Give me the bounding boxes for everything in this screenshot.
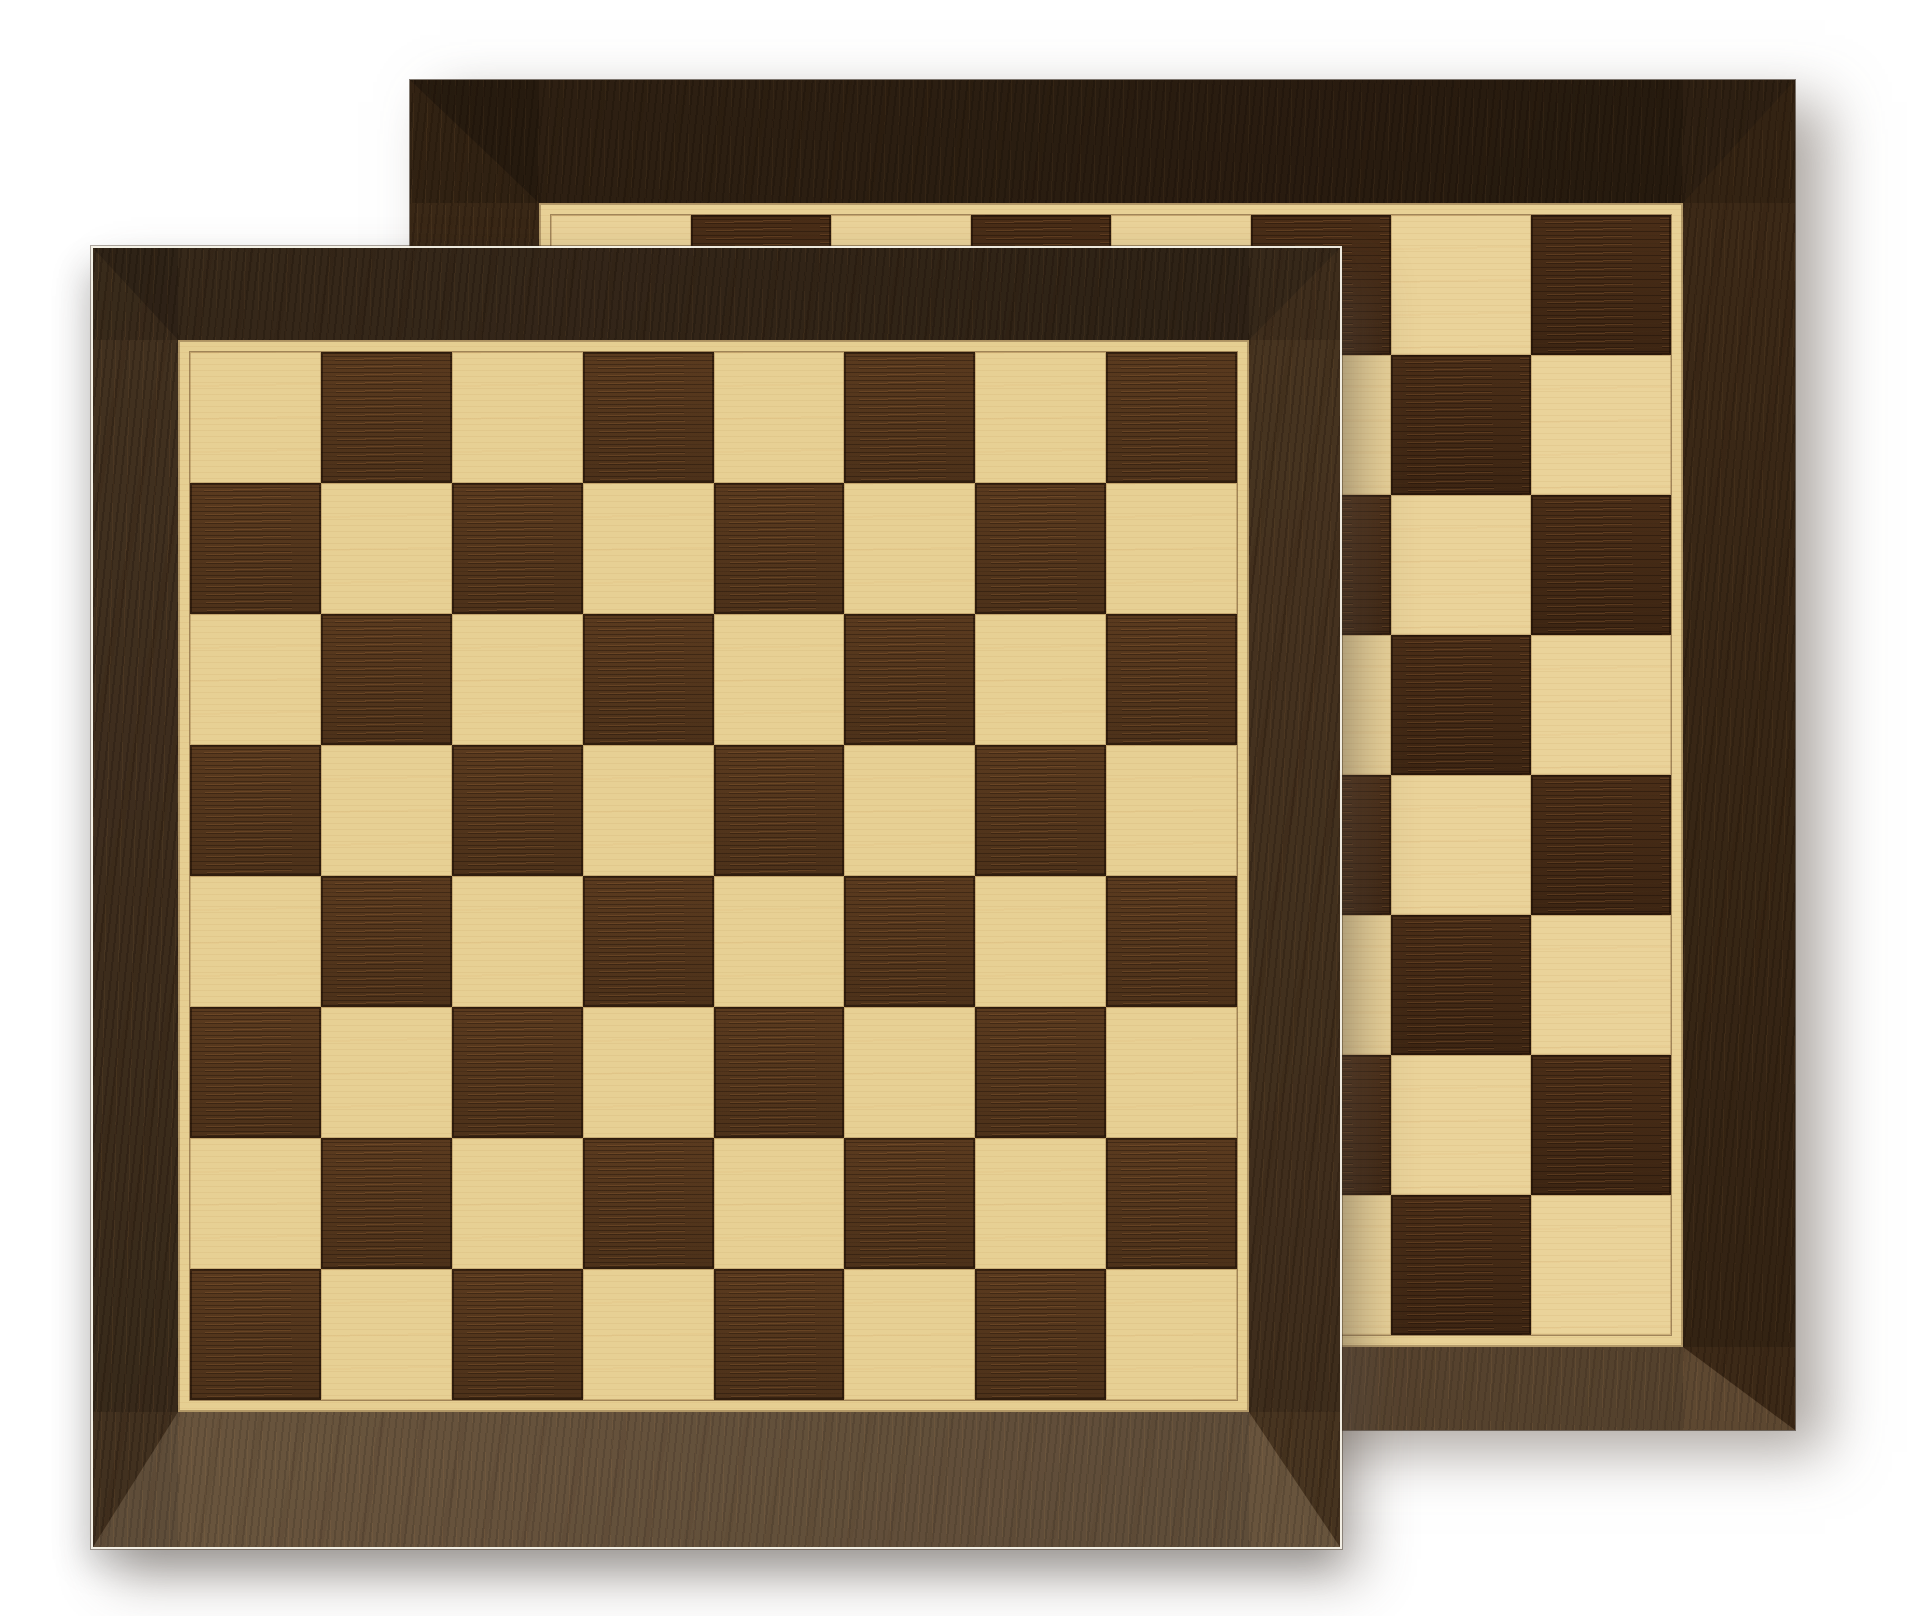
square-c7	[452, 483, 583, 614]
square-g5	[1391, 635, 1531, 775]
square-b2	[321, 1138, 452, 1269]
square-g4	[975, 876, 1106, 1007]
square-g8	[1391, 215, 1531, 355]
square-d6	[583, 614, 714, 745]
square-b4	[321, 876, 452, 1007]
square-f8	[844, 352, 975, 483]
square-c5	[452, 745, 583, 876]
square-e5	[714, 745, 845, 876]
square-f2	[844, 1138, 975, 1269]
square-a8	[190, 352, 321, 483]
square-g3	[1391, 915, 1531, 1055]
square-c1	[452, 1269, 583, 1400]
square-e2	[714, 1138, 845, 1269]
square-f6	[844, 614, 975, 745]
square-f7	[844, 483, 975, 614]
square-b3	[321, 1007, 452, 1138]
square-h4	[1106, 876, 1237, 1007]
square-h2	[1531, 1055, 1671, 1195]
square-h6	[1106, 614, 1237, 745]
square-g5	[975, 745, 1106, 876]
square-d3	[583, 1007, 714, 1138]
square-g4	[1391, 775, 1531, 915]
square-f5	[844, 745, 975, 876]
square-d7	[583, 483, 714, 614]
square-h5	[1106, 745, 1237, 876]
square-g6	[1391, 495, 1531, 635]
square-g6	[975, 614, 1106, 745]
square-c6	[452, 614, 583, 745]
square-h4	[1531, 775, 1671, 915]
board-surface	[178, 340, 1249, 1412]
square-a5	[190, 745, 321, 876]
square-c2	[452, 1138, 583, 1269]
square-d5	[583, 745, 714, 876]
square-g1	[975, 1269, 1106, 1400]
square-a3	[190, 1007, 321, 1138]
square-b8	[321, 352, 452, 483]
square-h5	[1531, 635, 1671, 775]
square-g2	[1391, 1055, 1531, 1195]
square-f3	[844, 1007, 975, 1138]
square-a4	[190, 876, 321, 1007]
square-c4	[452, 876, 583, 1007]
square-d2	[583, 1138, 714, 1269]
square-g2	[975, 1138, 1106, 1269]
square-g7	[975, 483, 1106, 614]
small-chessboard	[93, 248, 1340, 1547]
square-g8	[975, 352, 1106, 483]
square-h7	[1106, 483, 1237, 614]
square-e3	[714, 1007, 845, 1138]
square-g1	[1391, 1195, 1531, 1335]
square-b1	[321, 1269, 452, 1400]
square-a1	[190, 1269, 321, 1400]
square-h1	[1531, 1195, 1671, 1335]
square-e8	[714, 352, 845, 483]
square-c3	[452, 1007, 583, 1138]
square-g7	[1391, 355, 1531, 495]
square-a2	[190, 1138, 321, 1269]
square-a6	[190, 614, 321, 745]
product-photo	[0, 0, 1925, 1616]
square-b6	[321, 614, 452, 745]
square-h1	[1106, 1269, 1237, 1400]
square-h8	[1531, 215, 1671, 355]
square-e6	[714, 614, 845, 745]
square-e1	[714, 1269, 845, 1400]
square-h3	[1531, 915, 1671, 1055]
square-e7	[714, 483, 845, 614]
square-h2	[1106, 1138, 1237, 1269]
square-d4	[583, 876, 714, 1007]
board-grid	[190, 352, 1237, 1400]
square-b5	[321, 745, 452, 876]
square-h6	[1531, 495, 1671, 635]
square-b7	[321, 483, 452, 614]
square-f1	[844, 1269, 975, 1400]
square-f4	[844, 876, 975, 1007]
square-h3	[1106, 1007, 1237, 1138]
square-g3	[975, 1007, 1106, 1138]
square-h8	[1106, 352, 1237, 483]
square-a7	[190, 483, 321, 614]
square-h7	[1531, 355, 1671, 495]
square-c8	[452, 352, 583, 483]
square-e4	[714, 876, 845, 1007]
square-d8	[583, 352, 714, 483]
square-d1	[583, 1269, 714, 1400]
